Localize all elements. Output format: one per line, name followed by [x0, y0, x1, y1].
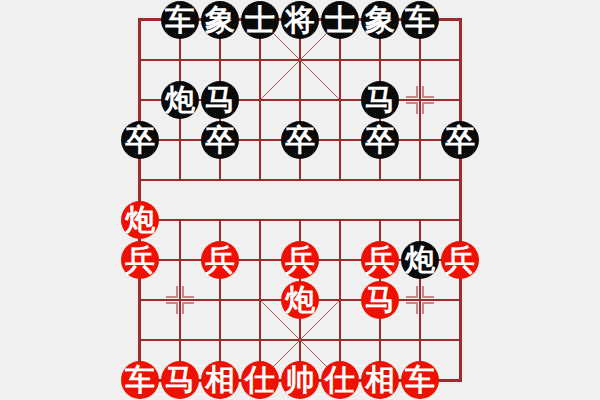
board-point[interactable] — [240, 80, 280, 120]
board-point[interactable] — [200, 160, 240, 200]
piece-black-horse[interactable]: 马 — [361, 81, 399, 119]
board-point[interactable] — [360, 200, 400, 240]
board-point[interactable]: 车 — [160, 0, 200, 40]
board-point[interactable] — [440, 360, 480, 400]
board-point[interactable] — [400, 160, 440, 200]
board-point[interactable] — [160, 40, 200, 80]
board-point[interactable] — [400, 320, 440, 360]
piece-red-advisor[interactable]: 仕 — [321, 361, 359, 399]
board-point[interactable] — [400, 120, 440, 160]
piece-red-cannon[interactable]: 炮 — [281, 281, 319, 319]
board-point[interactable]: 象 — [360, 0, 400, 40]
board-point[interactable] — [280, 80, 320, 120]
piece-red-elephant[interactable]: 相 — [201, 361, 239, 399]
board-point[interactable] — [160, 120, 200, 160]
board-point[interactable] — [200, 200, 240, 240]
board-point[interactable]: 仕 — [320, 360, 360, 400]
board-point[interactable] — [320, 200, 360, 240]
piece-black-soldier[interactable]: 卒 — [281, 121, 319, 159]
board-point[interactable] — [400, 200, 440, 240]
board-point[interactable]: 兵 — [440, 240, 480, 280]
board-point[interactable] — [440, 280, 480, 320]
piece-red-soldier[interactable]: 兵 — [121, 241, 159, 279]
piece-black-cannon[interactable]: 炮 — [401, 241, 439, 279]
board-point[interactable] — [320, 240, 360, 280]
board-point[interactable] — [320, 280, 360, 320]
board-point[interactable]: 马 — [200, 80, 240, 120]
board-point[interactable] — [200, 320, 240, 360]
board-point[interactable] — [200, 280, 240, 320]
piece-black-soldier[interactable]: 卒 — [361, 121, 399, 159]
board-point[interactable]: 卒 — [200, 120, 240, 160]
board-point[interactable]: 炮 — [400, 240, 440, 280]
piece-black-elephant[interactable]: 象 — [201, 1, 239, 39]
board-point[interactable]: 马 — [160, 360, 200, 400]
board-point[interactable] — [440, 80, 480, 120]
piece-black-elephant[interactable]: 象 — [361, 1, 399, 39]
board-point[interactable] — [320, 320, 360, 360]
board-point[interactable] — [440, 40, 480, 80]
board-point[interactable] — [120, 80, 160, 120]
xiangqi-app: 车象士将士象车炮马马卒卒卒卒卒炮兵兵兵兵炮兵炮马车马相仕帅仕相车 — [0, 0, 600, 400]
board-point[interactable] — [120, 280, 160, 320]
board-point[interactable] — [200, 40, 240, 80]
piece-black-general[interactable]: 将 — [281, 1, 319, 39]
board-point[interactable] — [360, 320, 400, 360]
board-point[interactable]: 卒 — [120, 120, 160, 160]
board-point[interactable] — [320, 160, 360, 200]
board-point[interactable] — [240, 320, 280, 360]
board-point[interactable]: 兵 — [200, 240, 240, 280]
board-point[interactable] — [440, 0, 480, 40]
xiangqi-board: 车象士将士象车炮马马卒卒卒卒卒炮兵兵兵兵炮兵炮马车马相仕帅仕相车 — [120, 0, 480, 400]
board-point[interactable] — [360, 40, 400, 80]
piece-red-soldier[interactable]: 兵 — [361, 241, 399, 279]
board-point[interactable] — [280, 160, 320, 200]
board-point[interactable] — [320, 120, 360, 160]
board-point[interactable] — [440, 200, 480, 240]
board-point[interactable] — [240, 240, 280, 280]
piece-black-soldier[interactable]: 卒 — [201, 121, 239, 159]
board-point[interactable]: 炮 — [120, 200, 160, 240]
board-point[interactable]: 卒 — [440, 120, 480, 160]
board-point[interactable]: 兵 — [360, 240, 400, 280]
piece-black-advisor[interactable]: 士 — [241, 1, 279, 39]
piece-red-elephant[interactable]: 相 — [361, 361, 399, 399]
piece-black-horse[interactable]: 马 — [201, 81, 239, 119]
board-point[interactable] — [240, 280, 280, 320]
piece-red-horse[interactable]: 马 — [361, 281, 399, 319]
board-point[interactable] — [320, 80, 360, 120]
board-point[interactable] — [160, 240, 200, 280]
board-point[interactable] — [160, 320, 200, 360]
board-point[interactable] — [400, 280, 440, 320]
piece-black-advisor[interactable]: 士 — [321, 1, 359, 39]
board-point[interactable]: 相 — [360, 360, 400, 400]
board-point[interactable] — [160, 160, 200, 200]
piece-black-cannon[interactable]: 炮 — [161, 81, 199, 119]
piece-red-chariot[interactable]: 车 — [401, 361, 439, 399]
board-point[interactable]: 车 — [120, 360, 160, 400]
piece-red-soldier[interactable]: 兵 — [281, 241, 319, 279]
board-point[interactable] — [240, 40, 280, 80]
board-point[interactable]: 兵 — [120, 240, 160, 280]
board-point[interactable] — [120, 320, 160, 360]
board-point[interactable] — [280, 40, 320, 80]
board-point[interactable]: 炮 — [280, 280, 320, 320]
board-point[interactable] — [160, 280, 200, 320]
board-point[interactable]: 车 — [400, 360, 440, 400]
board-point[interactable] — [440, 160, 480, 200]
board-point[interactable]: 兵 — [280, 240, 320, 280]
board-point[interactable]: 马 — [360, 80, 400, 120]
board-point[interactable] — [240, 120, 280, 160]
board-point[interactable] — [320, 40, 360, 80]
piece-red-cannon[interactable]: 炮 — [121, 201, 159, 239]
board-point[interactable] — [160, 200, 200, 240]
piece-black-soldier[interactable]: 卒 — [121, 121, 159, 159]
board-point[interactable] — [400, 40, 440, 80]
board-point[interactable] — [240, 160, 280, 200]
board-point[interactable] — [240, 200, 280, 240]
board-point[interactable]: 仕 — [240, 360, 280, 400]
piece-red-chariot[interactable]: 车 — [121, 361, 159, 399]
board-point[interactable]: 车 — [400, 0, 440, 40]
board-point[interactable]: 马 — [360, 280, 400, 320]
board-point[interactable] — [120, 0, 160, 40]
board-point[interactable]: 将 — [280, 0, 320, 40]
board-point[interactable] — [360, 160, 400, 200]
board-point[interactable]: 卒 — [360, 120, 400, 160]
board-point[interactable]: 相 — [200, 360, 240, 400]
board-point[interactable]: 炮 — [160, 80, 200, 120]
piece-red-general[interactable]: 帅 — [281, 361, 319, 399]
board-point[interactable] — [440, 320, 480, 360]
piece-black-chariot[interactable]: 车 — [161, 1, 199, 39]
piece-black-chariot[interactable]: 车 — [401, 1, 439, 39]
board-point[interactable] — [120, 160, 160, 200]
board-point[interactable] — [280, 200, 320, 240]
board-point[interactable] — [120, 40, 160, 80]
board-point[interactable]: 卒 — [280, 120, 320, 160]
piece-red-soldier[interactable]: 兵 — [201, 241, 239, 279]
board-point[interactable]: 士 — [320, 0, 360, 40]
board-point[interactable]: 帅 — [280, 360, 320, 400]
piece-black-soldier[interactable]: 卒 — [441, 121, 479, 159]
board-point[interactable] — [280, 320, 320, 360]
piece-red-soldier[interactable]: 兵 — [441, 241, 479, 279]
board-point[interactable]: 士 — [240, 0, 280, 40]
piece-red-advisor[interactable]: 仕 — [241, 361, 279, 399]
board-point[interactable] — [400, 80, 440, 120]
board-point[interactable]: 象 — [200, 0, 240, 40]
piece-red-horse[interactable]: 马 — [161, 361, 199, 399]
